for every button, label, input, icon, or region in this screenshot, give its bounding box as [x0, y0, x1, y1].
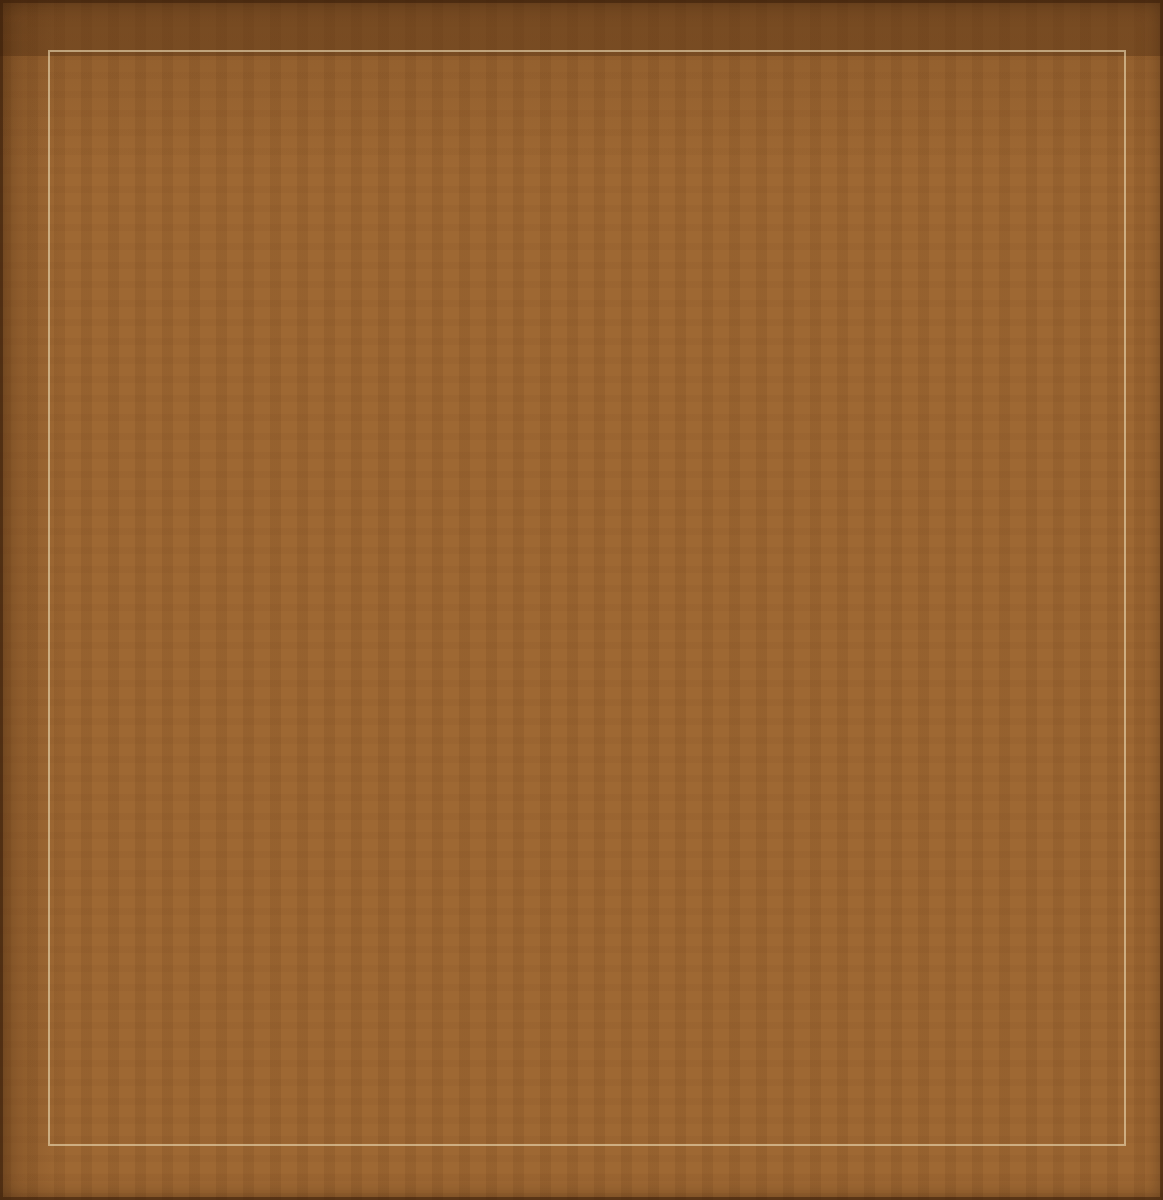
- file-labels-top: [56, 8, 1114, 50]
- file-labels-bottom: [56, 1142, 1114, 1192]
- rank-labels-left: [0, 58, 56, 1136]
- rank-labels-right: [1114, 58, 1163, 1136]
- chessboard-photo: [0, 0, 1163, 1200]
- board-grid: [56, 58, 1114, 1136]
